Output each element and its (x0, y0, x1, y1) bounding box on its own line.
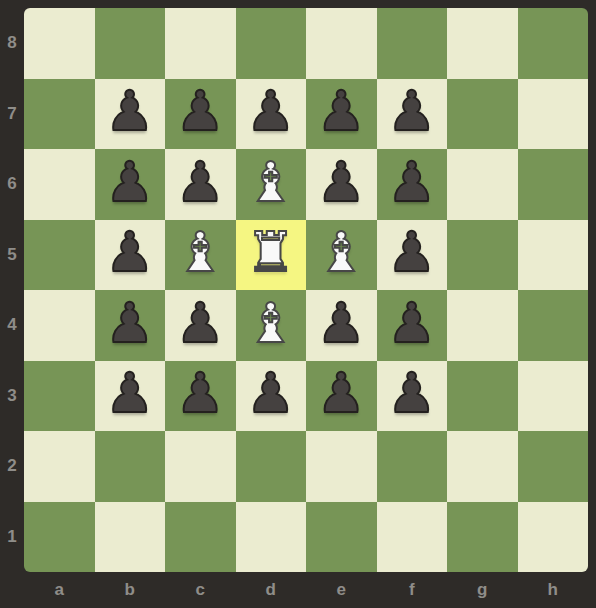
square-d2[interactable] (236, 431, 307, 502)
rank-label-8: 8 (0, 8, 24, 79)
square-f1[interactable] (377, 502, 448, 573)
square-a3[interactable] (24, 361, 95, 432)
rank-labels: 87654321 (0, 8, 24, 572)
square-a2[interactable] (24, 431, 95, 502)
square-b2[interactable] (95, 431, 166, 502)
white-rook-d5[interactable]: ♜ (246, 225, 295, 280)
square-b3[interactable]: ♟ (95, 361, 166, 432)
square-f3[interactable]: ♟ (377, 361, 448, 432)
square-c3[interactable]: ♟ (165, 361, 236, 432)
black-pawn-e6[interactable]: ♟ (317, 155, 366, 210)
square-f5[interactable]: ♟ (377, 220, 448, 291)
white-bishop-d6[interactable]: ♝ (246, 155, 295, 210)
square-a6[interactable] (24, 149, 95, 220)
square-b4[interactable]: ♟ (95, 290, 166, 361)
square-f6[interactable]: ♟ (377, 149, 448, 220)
square-h4[interactable] (518, 290, 589, 361)
square-c8[interactable] (165, 8, 236, 79)
white-bishop-d4[interactable]: ♝ (246, 296, 295, 351)
square-e6[interactable]: ♟ (306, 149, 377, 220)
black-pawn-f3[interactable]: ♟ (387, 366, 436, 421)
square-f7[interactable]: ♟ (377, 79, 448, 150)
black-pawn-f6[interactable]: ♟ (387, 155, 436, 210)
rank-label-7: 7 (0, 79, 24, 150)
square-d7[interactable]: ♟ (236, 79, 307, 150)
square-d1[interactable] (236, 502, 307, 573)
file-label-a: a (24, 572, 95, 608)
black-pawn-c7[interactable]: ♟ (176, 84, 225, 139)
square-h3[interactable] (518, 361, 589, 432)
square-h2[interactable] (518, 431, 589, 502)
square-h5[interactable] (518, 220, 589, 291)
rank-label-4: 4 (0, 290, 24, 361)
rank-label-2: 2 (0, 431, 24, 502)
file-label-g: g (447, 572, 518, 608)
square-f2[interactable] (377, 431, 448, 502)
rank-label-1: 1 (0, 502, 24, 573)
square-h6[interactable] (518, 149, 589, 220)
rank-label-6: 6 (0, 149, 24, 220)
square-g4[interactable] (447, 290, 518, 361)
square-d4[interactable]: ♝ (236, 290, 307, 361)
black-pawn-f7[interactable]: ♟ (387, 84, 436, 139)
black-pawn-d7[interactable]: ♟ (246, 84, 295, 139)
square-a5[interactable] (24, 220, 95, 291)
square-d8[interactable] (236, 8, 307, 79)
square-e8[interactable] (306, 8, 377, 79)
square-c7[interactable]: ♟ (165, 79, 236, 150)
square-b6[interactable]: ♟ (95, 149, 166, 220)
square-c2[interactable] (165, 431, 236, 502)
square-h1[interactable] (518, 502, 589, 573)
chess-app-frame: 87654321 ♟♟♟♟♟♟♟♝♟♟♟♝♜♝♟♟♟♝♟♟♟♟♟♟♟ abcde… (0, 0, 596, 608)
file-label-e: e (306, 572, 377, 608)
square-d5[interactable]: ♜ (236, 220, 307, 291)
square-b8[interactable] (95, 8, 166, 79)
file-label-h: h (518, 572, 589, 608)
square-e3[interactable]: ♟ (306, 361, 377, 432)
square-g6[interactable] (447, 149, 518, 220)
square-c4[interactable]: ♟ (165, 290, 236, 361)
square-a1[interactable] (24, 502, 95, 573)
square-h7[interactable] (518, 79, 589, 150)
square-c1[interactable] (165, 502, 236, 573)
black-pawn-f5[interactable]: ♟ (387, 225, 436, 280)
file-label-b: b (95, 572, 166, 608)
square-g1[interactable] (447, 502, 518, 573)
black-pawn-c3[interactable]: ♟ (176, 366, 225, 421)
black-pawn-b3[interactable]: ♟ (105, 366, 154, 421)
square-b5[interactable]: ♟ (95, 220, 166, 291)
square-g5[interactable] (447, 220, 518, 291)
square-c5[interactable]: ♝ (165, 220, 236, 291)
black-pawn-b7[interactable]: ♟ (105, 84, 154, 139)
square-h8[interactable] (518, 8, 589, 79)
square-g2[interactable] (447, 431, 518, 502)
file-label-d: d (236, 572, 307, 608)
square-c6[interactable]: ♟ (165, 149, 236, 220)
black-pawn-c4[interactable]: ♟ (176, 296, 225, 351)
black-pawn-f4[interactable]: ♟ (387, 296, 436, 351)
rank-label-5: 5 (0, 220, 24, 291)
square-e5[interactable]: ♝ (306, 220, 377, 291)
black-pawn-d3[interactable]: ♟ (246, 366, 295, 421)
file-label-f: f (377, 572, 448, 608)
square-e1[interactable] (306, 502, 377, 573)
square-b7[interactable]: ♟ (95, 79, 166, 150)
square-a4[interactable] (24, 290, 95, 361)
square-d6[interactable]: ♝ (236, 149, 307, 220)
square-e2[interactable] (306, 431, 377, 502)
square-a8[interactable] (24, 8, 95, 79)
rank-label-3: 3 (0, 361, 24, 432)
square-d3[interactable]: ♟ (236, 361, 307, 432)
white-bishop-e5[interactable]: ♝ (317, 225, 366, 280)
chess-board[interactable]: ♟♟♟♟♟♟♟♝♟♟♟♝♜♝♟♟♟♝♟♟♟♟♟♟♟ (24, 8, 588, 572)
black-pawn-b4[interactable]: ♟ (105, 296, 154, 351)
square-g3[interactable] (447, 361, 518, 432)
black-pawn-e7[interactable]: ♟ (317, 84, 366, 139)
square-e4[interactable]: ♟ (306, 290, 377, 361)
square-e7[interactable]: ♟ (306, 79, 377, 150)
white-bishop-c5[interactable]: ♝ (176, 225, 225, 280)
square-f4[interactable]: ♟ (377, 290, 448, 361)
black-pawn-e3[interactable]: ♟ (317, 366, 366, 421)
square-b1[interactable] (95, 502, 166, 573)
black-pawn-e4[interactable]: ♟ (317, 296, 366, 351)
file-labels: abcdefgh (24, 572, 588, 608)
square-f8[interactable] (377, 8, 448, 79)
square-g7[interactable] (447, 79, 518, 150)
black-pawn-b5[interactable]: ♟ (105, 225, 154, 280)
square-a7[interactable] (24, 79, 95, 150)
black-pawn-b6[interactable]: ♟ (105, 155, 154, 210)
square-g8[interactable] (447, 8, 518, 79)
black-pawn-c6[interactable]: ♟ (176, 155, 225, 210)
file-label-c: c (165, 572, 236, 608)
